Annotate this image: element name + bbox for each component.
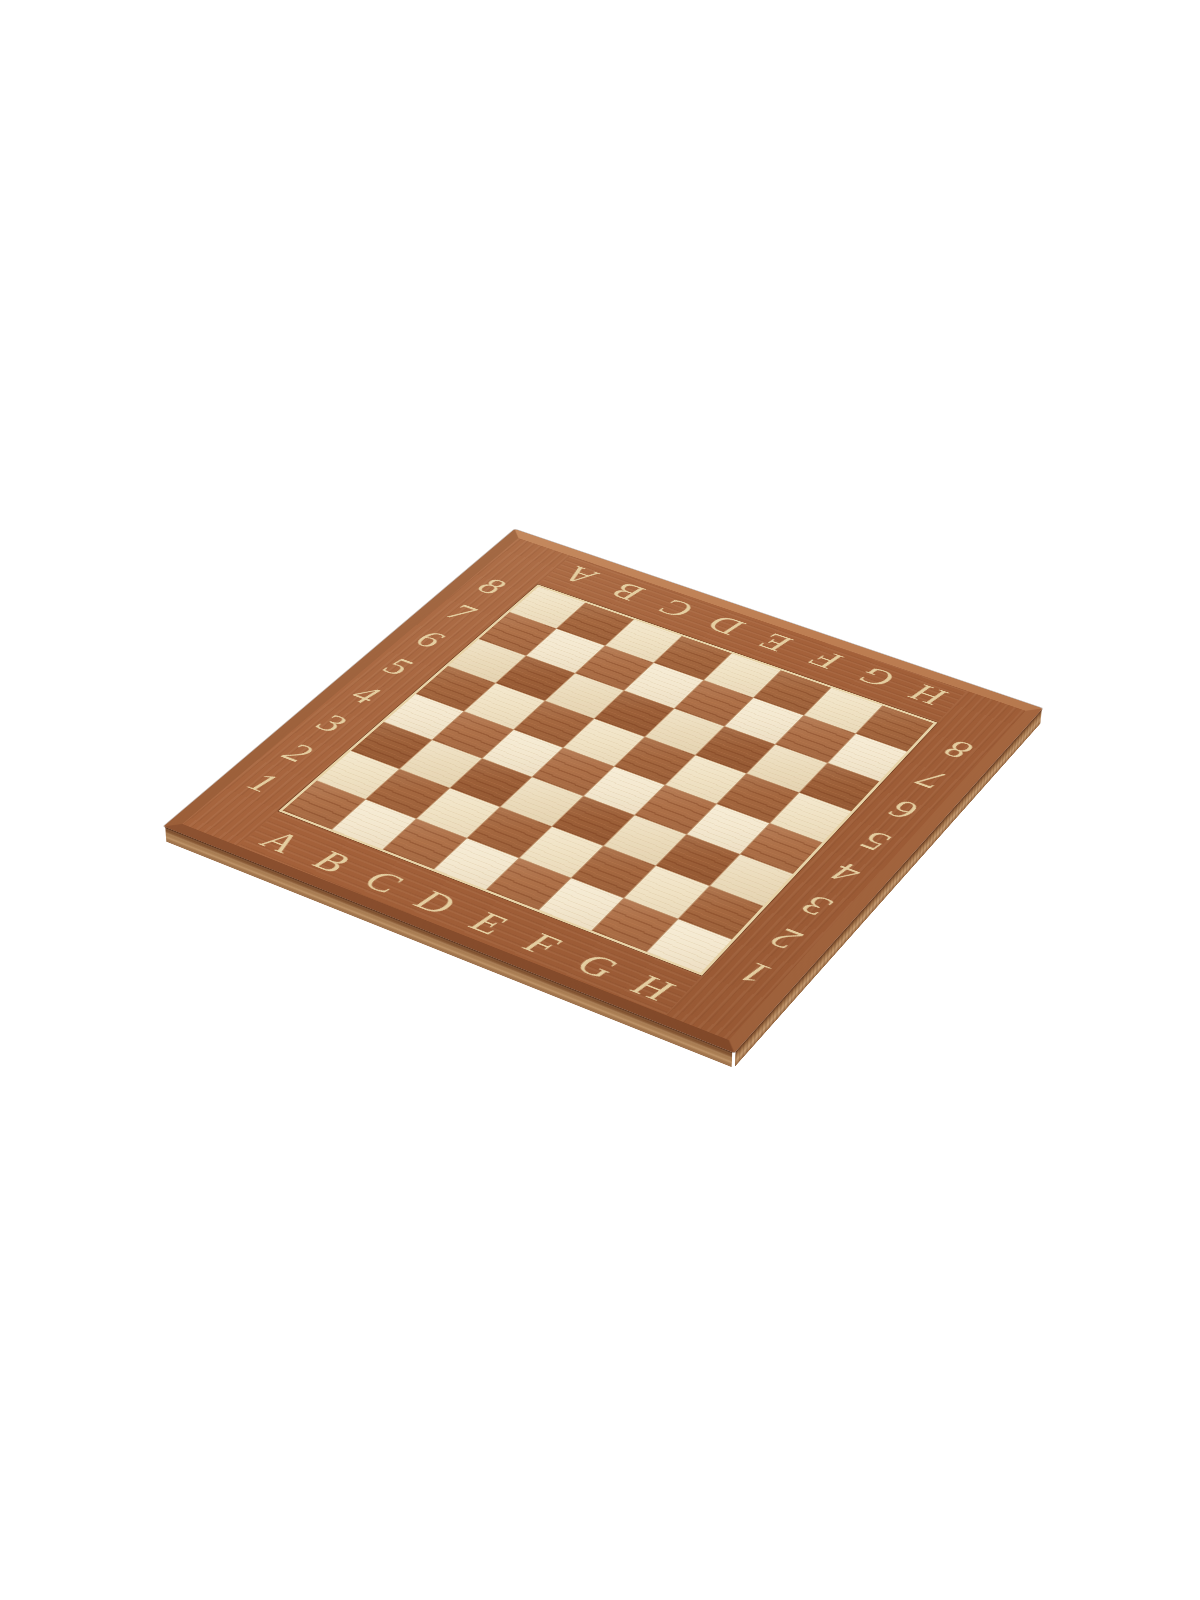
- square-f3: [604, 815, 686, 865]
- square-c3: [450, 759, 531, 807]
- square-g2: [625, 866, 709, 918]
- square-f2: [572, 846, 655, 897]
- square-g4: [688, 804, 769, 854]
- square-f4: [635, 785, 716, 834]
- square-g3: [657, 835, 739, 886]
- chess-board: ABCDEFGH ABCDEFGH 87654321 87654321: [164, 529, 1043, 1053]
- square-e3: [552, 796, 634, 845]
- product-photo-canvas: ABCDEFGH ABCDEFGH 87654321 87654321: [0, 0, 1200, 1600]
